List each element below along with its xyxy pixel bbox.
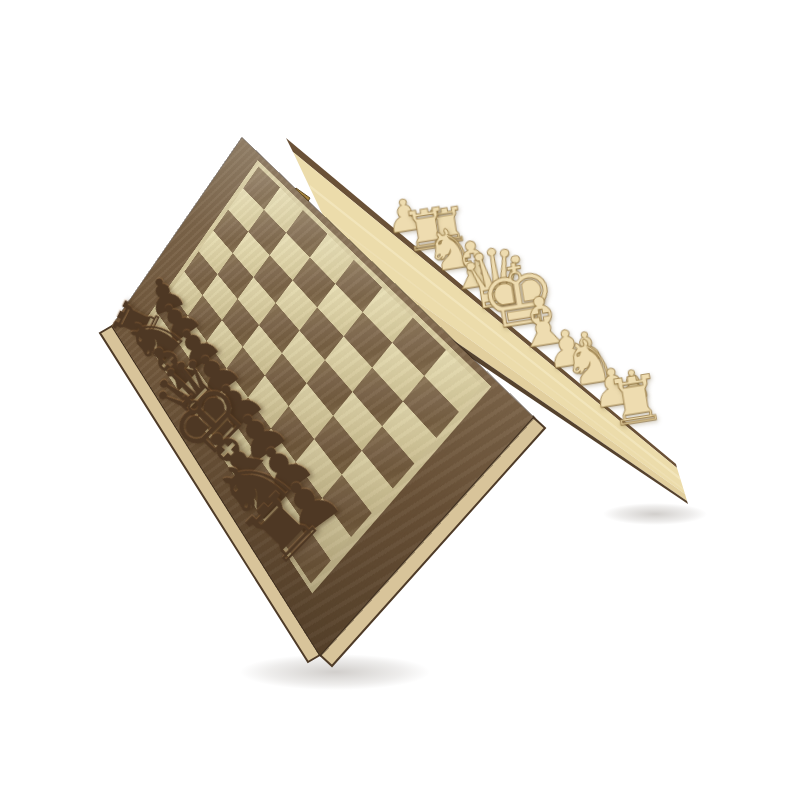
plank-end-shadow <box>603 503 707 525</box>
product-photo-stage: ♜♞♝♛♚♝♞♜♟♟♟♟♟♟♟♟♜♟♟♟♜♞♝♛♚♝♟♞♟♜ <box>0 0 800 800</box>
